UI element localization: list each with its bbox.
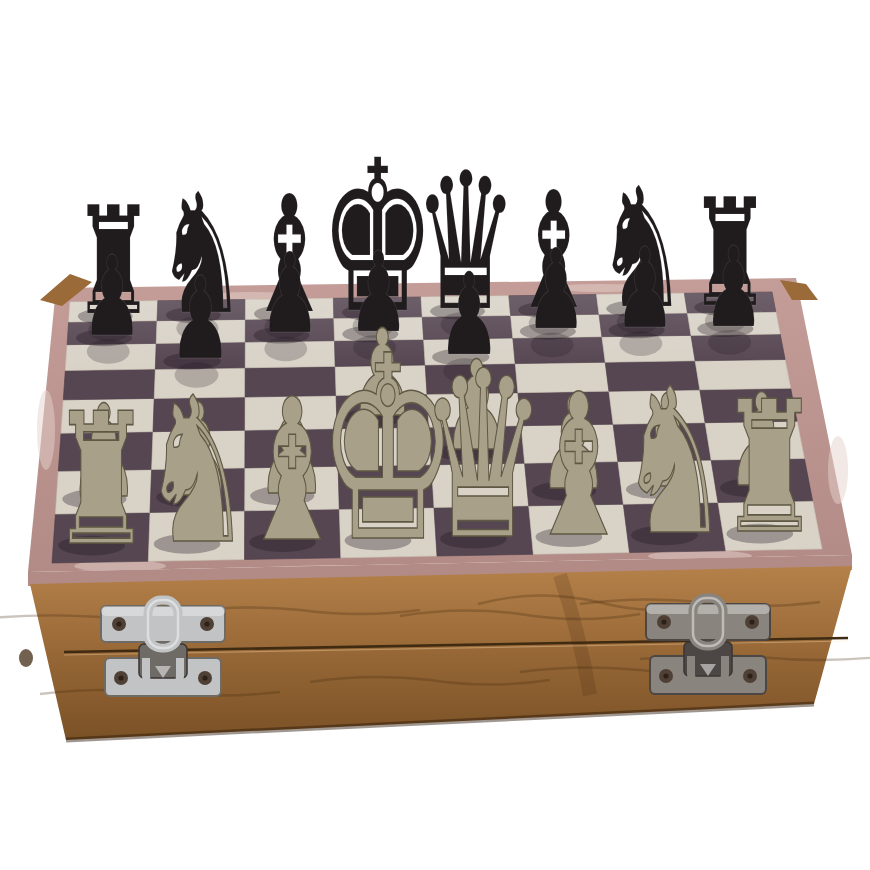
product-photo-chess-set: ♜♞♝♚♛♝♞♜♟♟♟♟♟♟♟♟♟♟♟♟♟♟♟♟♜♞♝♚♛♝♞♜ [0, 0, 870, 870]
piece-black-p-g7: ♟ [614, 224, 676, 354]
piece-white-r-a1: ♜ [51, 373, 152, 586]
piece-black-p-h7: ♟ [703, 222, 765, 352]
piece-white-r-h1: ♜ [719, 361, 820, 574]
pieces: ♜♞♝♚♛♝♞♜♟♟♟♟♟♟♟♟♟♟♟♟♟♟♟♟♜♞♝♚♛♝♞♜ [51, 115, 820, 598]
chess-set-scene: ♜♞♝♚♛♝♞♜♟♟♟♟♟♟♟♟♟♟♟♟♟♟♟♟♜♞♝♚♛♝♞♜ [0, 0, 870, 870]
piece-white-b-f1: ♝ [524, 353, 633, 580]
piece-white-n-g1: ♞ [618, 346, 730, 579]
wood-knot [19, 649, 33, 667]
marble-patch [828, 436, 848, 504]
piece-black-p-c7: ♟ [259, 229, 321, 359]
piece-black-p-a7: ♟ [81, 232, 143, 362]
piece-white-n-b1: ♞ [141, 355, 253, 588]
